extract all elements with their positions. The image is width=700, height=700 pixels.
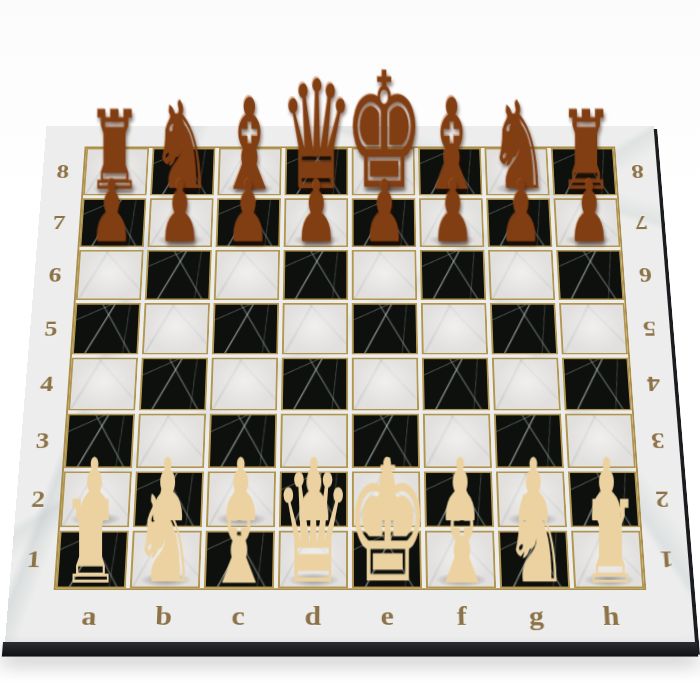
piece-light-knight[interactable]: ♞ bbox=[504, 473, 568, 601]
chess-board[interactable]: 8♜♞♝♛♚♝♞♜87♟♟♟♟♟♟♟♟7665544332♟♟♟♟♟♟♟♟21♜… bbox=[5, 126, 695, 642]
square-fill bbox=[556, 250, 624, 300]
board-corner bbox=[646, 590, 695, 642]
rank-label-right: 1 bbox=[642, 529, 691, 590]
rank-label-right: 3 bbox=[634, 412, 681, 470]
rank-label: 2 bbox=[31, 487, 46, 511]
square-fill bbox=[283, 250, 348, 300]
rank-label: 4 bbox=[646, 373, 661, 395]
square-f6[interactable] bbox=[418, 249, 488, 302]
square-c6[interactable] bbox=[212, 249, 282, 302]
piece-light-bishop[interactable]: ♝ bbox=[429, 471, 494, 602]
rank-label-right: 6 bbox=[622, 249, 667, 302]
square-d1[interactable]: ♛ bbox=[276, 529, 350, 590]
square-g6[interactable] bbox=[486, 249, 557, 302]
piece-dark-pawn[interactable]: ♟ bbox=[158, 169, 201, 255]
board-corner bbox=[614, 126, 655, 146]
square-fill bbox=[420, 250, 486, 300]
square-c5[interactable] bbox=[210, 302, 281, 357]
square-fill bbox=[352, 358, 419, 411]
square-g1[interactable]: ♞ bbox=[496, 529, 572, 590]
file-label: f bbox=[457, 602, 468, 629]
square-d6[interactable] bbox=[281, 249, 350, 302]
square-f5[interactable] bbox=[419, 302, 490, 357]
piece-dark-pawn[interactable]: ♟ bbox=[363, 169, 406, 255]
board-corner bbox=[45, 126, 86, 146]
file-label: c bbox=[231, 602, 245, 629]
piece-dark-pawn[interactable]: ♟ bbox=[499, 169, 542, 255]
piece-light-knight[interactable]: ♞ bbox=[132, 473, 196, 601]
rank-label: 3 bbox=[650, 429, 665, 452]
rank-label-right: 7 bbox=[619, 197, 663, 249]
square-fill bbox=[492, 358, 561, 411]
rank-label-left: 4 bbox=[23, 356, 70, 412]
square-fill bbox=[352, 250, 417, 300]
square-f4[interactable] bbox=[420, 356, 492, 412]
square-fill bbox=[421, 303, 488, 354]
square-b6[interactable] bbox=[143, 249, 214, 302]
rank-label: 6 bbox=[48, 264, 62, 285]
square-g4[interactable] bbox=[490, 356, 563, 412]
square-fill bbox=[68, 358, 138, 411]
square-fill bbox=[559, 303, 628, 354]
piece-light-bishop[interactable]: ♝ bbox=[206, 471, 271, 602]
rank-label-left: 2 bbox=[14, 470, 62, 529]
square-e5[interactable] bbox=[350, 302, 420, 357]
square-g5[interactable] bbox=[488, 302, 560, 357]
rank-label: 5 bbox=[642, 318, 657, 340]
rank-label: 8 bbox=[56, 162, 70, 182]
square-fill bbox=[76, 250, 144, 300]
piece-dark-pawn[interactable]: ♟ bbox=[431, 169, 474, 255]
square-c4[interactable] bbox=[208, 356, 280, 412]
square-fill bbox=[212, 303, 279, 354]
rank-label: 1 bbox=[26, 547, 42, 571]
square-fill bbox=[422, 358, 490, 411]
piece-light-rook[interactable]: ♜ bbox=[581, 485, 638, 600]
board-corner bbox=[5, 590, 54, 642]
square-a6[interactable] bbox=[74, 249, 146, 302]
square-fill bbox=[139, 358, 208, 411]
rank-label-left: 7 bbox=[37, 197, 81, 249]
rank-label: 8 bbox=[630, 162, 644, 182]
rank-label: 3 bbox=[35, 429, 50, 452]
square-a4[interactable] bbox=[66, 356, 140, 412]
file-label: h bbox=[602, 602, 620, 629]
piece-dark-pawn[interactable]: ♟ bbox=[90, 169, 133, 255]
piece-dark-pawn[interactable]: ♟ bbox=[294, 169, 337, 255]
square-fill bbox=[352, 303, 418, 354]
rank-label-left: 8 bbox=[41, 147, 85, 197]
square-a5[interactable] bbox=[70, 302, 143, 357]
square-f1[interactable]: ♝ bbox=[423, 529, 498, 590]
photo-background: 8♜♞♝♛♚♝♞♜87♟♟♟♟♟♟♟♟7665544332♟♟♟♟♟♟♟♟21♜… bbox=[0, 0, 700, 700]
square-h4[interactable] bbox=[560, 356, 634, 412]
rank-label: 4 bbox=[39, 373, 54, 395]
rank-label: 6 bbox=[638, 264, 652, 285]
square-c1[interactable]: ♝ bbox=[202, 529, 277, 590]
square-h5[interactable] bbox=[557, 302, 630, 357]
file-label: d bbox=[304, 602, 321, 629]
square-fill bbox=[142, 303, 210, 354]
file-label: g bbox=[528, 602, 544, 629]
rank-label-left: 5 bbox=[28, 302, 74, 357]
file-label: a bbox=[81, 602, 98, 629]
square-e1[interactable]: ♚ bbox=[350, 529, 424, 590]
square-fill bbox=[562, 358, 632, 411]
square-b1[interactable]: ♞ bbox=[128, 529, 204, 590]
rank-label-left: 3 bbox=[19, 412, 66, 470]
piece-dark-pawn[interactable]: ♟ bbox=[226, 169, 269, 255]
rank-label: 5 bbox=[44, 318, 59, 340]
rank-label-right: 8 bbox=[615, 147, 659, 197]
file-label: b bbox=[155, 602, 173, 629]
square-fill bbox=[282, 303, 348, 354]
piece-light-rook[interactable]: ♜ bbox=[61, 485, 118, 600]
square-h1[interactable]: ♜ bbox=[569, 529, 646, 590]
square-fill bbox=[490, 303, 558, 354]
square-fill bbox=[281, 358, 348, 411]
rank-label: 2 bbox=[654, 487, 669, 511]
square-fill bbox=[210, 358, 278, 411]
piece-light-king[interactable]: ♚ bbox=[345, 438, 429, 607]
square-h6[interactable] bbox=[554, 249, 626, 302]
square-b4[interactable] bbox=[137, 356, 210, 412]
rank-label: 7 bbox=[52, 212, 66, 233]
square-d4[interactable] bbox=[279, 356, 350, 412]
square-fill bbox=[145, 250, 212, 300]
rank-label-left: 1 bbox=[9, 529, 58, 590]
square-b5[interactable] bbox=[140, 302, 212, 357]
square-e4[interactable] bbox=[350, 356, 421, 412]
rank-label: 7 bbox=[634, 212, 648, 233]
rank-label: 1 bbox=[659, 547, 675, 571]
rank-label-left: 6 bbox=[32, 249, 77, 302]
rank-label-right: 5 bbox=[626, 302, 672, 357]
square-fill bbox=[72, 303, 141, 354]
square-e6[interactable] bbox=[350, 249, 419, 302]
square-fill bbox=[488, 250, 555, 300]
piece-dark-pawn[interactable]: ♟ bbox=[567, 169, 610, 255]
rank-label-right: 4 bbox=[630, 356, 677, 412]
square-a1[interactable]: ♜ bbox=[54, 529, 131, 590]
piece-light-queen[interactable]: ♛ bbox=[273, 448, 352, 606]
square-d5[interactable] bbox=[280, 302, 350, 357]
rank-label-right: 2 bbox=[638, 470, 686, 529]
square-fill bbox=[214, 250, 280, 300]
